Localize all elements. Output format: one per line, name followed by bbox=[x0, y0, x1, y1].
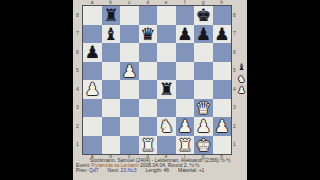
square-e5 bbox=[157, 62, 176, 81]
material-value: +1 bbox=[199, 167, 205, 173]
square-e2: ♞ bbox=[157, 117, 176, 136]
rank-label-left-1: 1 bbox=[76, 136, 79, 155]
file-label-top-c: c bbox=[120, 0, 139, 5]
square-h7: ♟ bbox=[213, 25, 232, 44]
square-b2 bbox=[102, 117, 121, 136]
piece-white-rook-f1: ♜ bbox=[176, 136, 195, 155]
rank-label-left-5: 5 bbox=[76, 62, 79, 81]
square-d6 bbox=[139, 43, 158, 62]
file-label-top-b: b bbox=[102, 0, 121, 5]
piece-black-king-g8: ♚ bbox=[194, 6, 213, 25]
square-b7: ♝ bbox=[102, 25, 121, 44]
piece-white-rook-d1: ♜ bbox=[139, 136, 158, 155]
piece-black-queen-d7: ♛ bbox=[139, 25, 158, 44]
square-d5 bbox=[139, 62, 158, 81]
piece-black-bishop-b7: ♝ bbox=[102, 25, 121, 44]
prev-move-value: Qd7 bbox=[89, 167, 98, 173]
piece-black-pawn-a6: ♟ bbox=[83, 43, 102, 62]
file-label-top-g: g bbox=[194, 0, 213, 5]
square-b5 bbox=[102, 62, 121, 81]
square-h4 bbox=[213, 80, 232, 99]
square-f7: ♟ bbox=[176, 25, 195, 44]
game-info-line: Prev: Qd7Next: 23.Nc3Length: 46Material:… bbox=[76, 168, 204, 173]
square-a2 bbox=[83, 117, 102, 136]
square-b1 bbox=[102, 136, 121, 155]
rank-label-right-1: 1 bbox=[233, 136, 236, 155]
rank-label-right-6: 6 bbox=[233, 43, 236, 62]
square-h2: ♟ bbox=[213, 117, 232, 136]
square-e8 bbox=[157, 6, 176, 25]
rank-labels-left: 87654321 bbox=[76, 6, 79, 154]
rank-label-right-2: 2 bbox=[233, 117, 236, 136]
square-d2 bbox=[139, 117, 158, 136]
next-move-label: Next: bbox=[108, 167, 121, 173]
square-a6: ♟ bbox=[83, 43, 102, 62]
rank-label-left-2: 2 bbox=[76, 117, 79, 136]
square-d4 bbox=[139, 80, 158, 99]
rank-label-left-6: 6 bbox=[76, 43, 79, 62]
square-a7 bbox=[83, 25, 102, 44]
chess-board: ♜♚♝♛♟♟♟♟♟♟♜♛♞♟♟♟♜♜♚ bbox=[82, 5, 232, 155]
square-d3 bbox=[139, 99, 158, 118]
square-b4 bbox=[102, 80, 121, 99]
square-c1 bbox=[120, 136, 139, 155]
piece-white-pawn-h2: ♟ bbox=[213, 117, 232, 136]
square-g4 bbox=[194, 80, 213, 99]
piece-white-pawn-f2: ♟ bbox=[176, 117, 195, 136]
square-d7: ♛ bbox=[139, 25, 158, 44]
square-b8: ♜ bbox=[102, 6, 121, 25]
square-a3 bbox=[83, 99, 102, 118]
square-c4 bbox=[120, 80, 139, 99]
rank-label-left-7: 7 bbox=[76, 25, 79, 44]
file-label-top-a: a bbox=[83, 0, 102, 5]
rank-label-left-3: 3 bbox=[76, 99, 79, 118]
square-c2 bbox=[120, 117, 139, 136]
square-c3 bbox=[120, 99, 139, 118]
square-c6 bbox=[120, 43, 139, 62]
piece-white-pawn-g2: ♟ bbox=[194, 117, 213, 136]
piece-black-pawn-f7: ♟ bbox=[176, 25, 195, 44]
material-white-knight-icon: ♞ bbox=[236, 74, 247, 86]
square-g7: ♟ bbox=[194, 25, 213, 44]
material-white-pawn-icon: ♟ bbox=[236, 85, 247, 97]
file-label-top-h: h bbox=[213, 0, 232, 5]
square-b3 bbox=[102, 99, 121, 118]
file-labels-top: abcdefgh bbox=[83, 0, 231, 5]
square-f1: ♜ bbox=[176, 136, 195, 155]
square-d1: ♜ bbox=[139, 136, 158, 155]
square-f3 bbox=[176, 99, 195, 118]
material-balance-tray: ♝♞♟ bbox=[236, 62, 247, 97]
square-g8: ♚ bbox=[194, 6, 213, 25]
file-label-top-d: d bbox=[139, 0, 158, 5]
square-g2: ♟ bbox=[194, 117, 213, 136]
square-e3 bbox=[157, 99, 176, 118]
square-f2: ♟ bbox=[176, 117, 195, 136]
length-value: 46 bbox=[164, 167, 170, 173]
square-a1 bbox=[83, 136, 102, 155]
square-c7 bbox=[120, 25, 139, 44]
piece-white-knight-e2: ♞ bbox=[157, 117, 176, 136]
piece-white-king-g1: ♚ bbox=[194, 136, 213, 155]
file-label-top-f: f bbox=[176, 0, 195, 5]
square-h5 bbox=[213, 62, 232, 81]
square-e4: ♜ bbox=[157, 80, 176, 99]
square-g3: ♛ bbox=[194, 99, 213, 118]
material-black-bishop-icon: ♝ bbox=[236, 62, 247, 74]
prev-move-label: Prev: bbox=[76, 167, 89, 173]
rank-label-right-3: 3 bbox=[233, 99, 236, 118]
square-b6 bbox=[102, 43, 121, 62]
square-h3 bbox=[213, 99, 232, 118]
square-e7 bbox=[157, 25, 176, 44]
rank-label-left-8: 8 bbox=[76, 6, 79, 25]
square-d8 bbox=[139, 6, 158, 25]
square-g5 bbox=[194, 62, 213, 81]
square-f5 bbox=[176, 62, 195, 81]
square-g6 bbox=[194, 43, 213, 62]
square-e1 bbox=[157, 136, 176, 155]
piece-black-pawn-h7: ♟ bbox=[213, 25, 232, 44]
piece-black-rook-e4: ♜ bbox=[157, 80, 176, 99]
square-a5 bbox=[83, 62, 102, 81]
piece-black-rook-b8: ♜ bbox=[102, 6, 121, 25]
length-label: Length: bbox=[145, 167, 163, 173]
video-frame: ♜♚♝♛♟♟♟♟♟♟♜♛♞♟♟♟♜♜♚ abcdefgh abcdefgh 87… bbox=[73, 0, 247, 180]
file-label-top-e: e bbox=[157, 0, 176, 5]
rank-label-right-7: 7 bbox=[233, 25, 236, 44]
rank-label-left-4: 4 bbox=[76, 80, 79, 99]
square-f4 bbox=[176, 80, 195, 99]
square-f8 bbox=[176, 6, 195, 25]
square-h8 bbox=[213, 6, 232, 25]
piece-black-pawn-g7: ♟ bbox=[194, 25, 213, 44]
rank-label-right-8: 8 bbox=[233, 6, 236, 25]
piece-white-pawn-a4: ♟ bbox=[83, 80, 102, 99]
square-a4: ♟ bbox=[83, 80, 102, 99]
square-f6 bbox=[176, 43, 195, 62]
square-e6 bbox=[157, 43, 176, 62]
square-g1: ♚ bbox=[194, 136, 213, 155]
piece-white-queen-g3: ♛ bbox=[194, 99, 213, 118]
piece-white-pawn-c5: ♟ bbox=[120, 62, 139, 81]
square-c5: ♟ bbox=[120, 62, 139, 81]
square-h1 bbox=[213, 136, 232, 155]
square-h6 bbox=[213, 43, 232, 62]
square-a8 bbox=[83, 6, 102, 25]
square-c8 bbox=[120, 6, 139, 25]
material-label: Material: bbox=[178, 167, 199, 173]
next-move-value: 23.Nc3 bbox=[121, 167, 137, 173]
